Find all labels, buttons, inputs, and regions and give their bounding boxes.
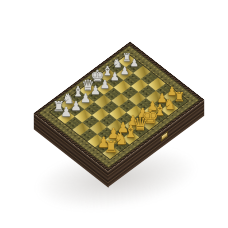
gold-rook[interactable]: ♜ [104,139,118,155]
silver-pawn[interactable]: ♟ [110,72,120,83]
silver-pawn[interactable]: ♟ [130,58,139,68]
case-latch-icon [161,131,168,142]
silver-pawn[interactable]: ♟ [100,79,110,90]
chess-set-photo: Metal chess set with gold and silver fig… [0,0,228,228]
silver-pawn[interactable]: ♟ [80,93,91,105]
silver-pawn[interactable]: ♟ [70,99,81,111]
silver-pawn[interactable]: ♟ [60,106,71,119]
silver-pawn[interactable]: ♟ [90,86,100,98]
silver-pawn[interactable]: ♟ [120,65,129,75]
